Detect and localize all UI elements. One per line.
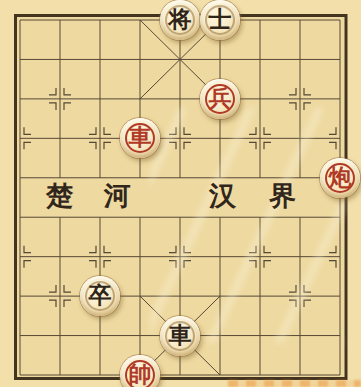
piece-black-advisor[interactable]: 士 — [200, 0, 240, 40]
piece-glyph-black-chariot: 車 — [169, 324, 192, 347]
piece-glyph-red-soldier: 兵 — [209, 87, 232, 110]
piece-glyph-red-chariot: 車 — [129, 126, 152, 149]
piece-black-soldier[interactable]: 卒 — [80, 276, 120, 316]
piece-black-general[interactable]: 将 — [160, 0, 200, 40]
xiangqi-board: 楚河 汉界 将士兵車炮卒車帥 — [0, 0, 361, 387]
piece-glyph-black-general: 将 — [169, 8, 192, 31]
piece-glyph-red-general: 帥 — [129, 363, 152, 386]
piece-red-general[interactable]: 帥 — [120, 355, 160, 387]
piece-glyph-black-soldier: 卒 — [89, 284, 112, 307]
piece-glyph-red-cannon: 炮 — [329, 166, 352, 189]
piece-red-cannon[interactable]: 炮 — [320, 158, 360, 198]
piece-black-chariot[interactable]: 車 — [160, 316, 200, 356]
piece-red-soldier[interactable]: 兵 — [200, 79, 240, 119]
piece-glyph-black-advisor: 士 — [209, 8, 232, 31]
